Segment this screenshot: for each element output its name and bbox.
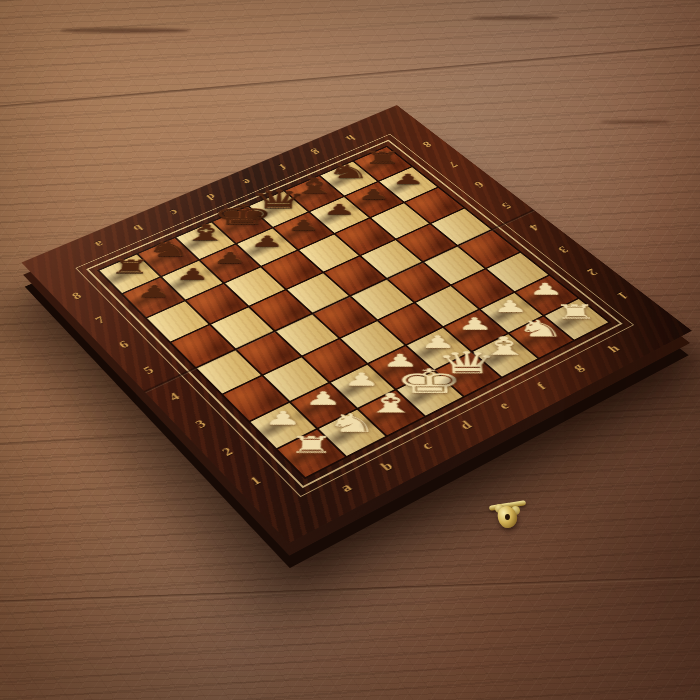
wood-knot: [600, 120, 670, 124]
square-a6[interactable]: [147, 301, 208, 341]
file-label-top-a: a: [86, 236, 113, 252]
clasp-keyhole: [505, 514, 510, 520]
square-a4[interactable]: [197, 350, 260, 393]
square-a2[interactable]: [250, 403, 316, 449]
file-label-bottom-c: c: [412, 436, 442, 456]
square-b5[interactable]: [211, 308, 273, 349]
file-label-top-c: c: [162, 204, 188, 219]
black-pawn-glyph: ♟: [249, 233, 284, 248]
square-d3[interactable]: [341, 321, 404, 362]
file-label-bottom-a: a: [331, 477, 362, 498]
table-plank-seam: [0, 575, 700, 605]
rank-label-right-8: 8: [414, 137, 439, 151]
square-c4[interactable]: [276, 314, 338, 355]
table-plank-seam: [0, 41, 700, 110]
square-c3[interactable]: [303, 339, 366, 381]
wood-knot: [60, 28, 190, 33]
square-c5[interactable]: [250, 290, 311, 330]
square-d4[interactable]: [314, 297, 376, 337]
file-label-bottom-d: d: [451, 416, 481, 436]
rank-label-left-1: 1: [240, 470, 271, 491]
square-c1[interactable]: [359, 391, 425, 436]
black-pawn-glyph: ♟: [357, 187, 391, 202]
square-b1[interactable]: [319, 410, 385, 456]
file-label-top-g: g: [304, 145, 329, 159]
rank-label-right-1: 1: [609, 287, 637, 304]
rank-label-left-4: 4: [160, 387, 189, 406]
square-e2[interactable]: [407, 328, 470, 370]
square-g1[interactable]: [510, 317, 573, 358]
square-a5[interactable]: [172, 325, 234, 367]
wood-knot: [470, 16, 560, 20]
square-e3[interactable]: [379, 303, 441, 344]
rank-label-right-7: 7: [440, 157, 466, 172]
square-a1[interactable]: [278, 430, 345, 477]
square-a3[interactable]: [223, 376, 287, 420]
rank-label-left-6: 6: [110, 336, 139, 354]
rank-label-right-5: 5: [493, 198, 519, 213]
square-d1[interactable]: [398, 372, 463, 416]
brass-clasp: [489, 496, 527, 536]
square-f1[interactable]: [473, 335, 537, 377]
file-label-bottom-g: g: [563, 358, 592, 377]
photo-canvas: 8877665544332211aabbccddeeffgghh ♜♞♝♚♛♝♞…: [0, 0, 700, 700]
square-c2[interactable]: [330, 364, 394, 408]
file-label-bottom-h: h: [599, 340, 628, 358]
black-pawn-glyph: ♟: [391, 172, 425, 186]
file-label-bottom-b: b: [372, 456, 403, 477]
rank-label-right-4: 4: [521, 219, 548, 235]
square-b4[interactable]: [237, 332, 300, 374]
rank-label-left-5: 5: [134, 361, 163, 380]
square-e1[interactable]: [436, 353, 500, 396]
rank-label-right-2: 2: [578, 264, 605, 281]
rank-label-right-3: 3: [549, 241, 576, 257]
square-b3[interactable]: [263, 357, 327, 400]
file-label-bottom-e: e: [489, 396, 519, 415]
square-b2[interactable]: [291, 383, 356, 428]
black-pawn-glyph: ♟: [212, 250, 248, 266]
file-label-top-h: h: [338, 131, 363, 145]
black-pawn-glyph: ♟: [286, 218, 321, 233]
rank-label-left-8: 8: [63, 287, 91, 304]
file-label-bottom-f: f: [527, 377, 556, 396]
rank-label-left-2: 2: [213, 442, 243, 462]
file-label-top-b: b: [124, 220, 151, 236]
rank-label-left-7: 7: [86, 311, 114, 329]
rank-label-right-6: 6: [466, 177, 492, 192]
chess-board: 8877665544332211aabbccddeeffgghh ♜♞♝♚♛♝♞…: [21, 105, 692, 543]
file-label-top-f: f: [269, 159, 295, 174]
square-d2[interactable]: [369, 346, 433, 389]
rank-label-left-3: 3: [186, 414, 216, 434]
